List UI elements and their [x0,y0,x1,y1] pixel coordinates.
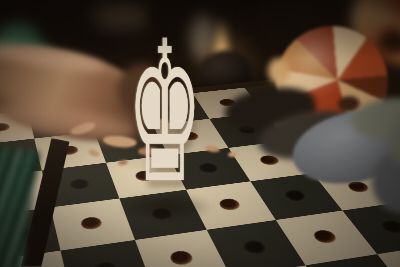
photo-scene: ♚ [0,0,400,267]
peg-hole [69,178,90,190]
peg-hole [93,261,118,267]
peg-hole [169,250,195,266]
peg-hole [379,219,400,233]
white-king-piece: ♚ [119,44,211,214]
peg-hole [283,189,308,202]
peg-hole [311,229,338,244]
white-king-glyph: ♚ [127,15,202,210]
wood-crumb [228,152,237,157]
peg-hole [241,239,268,254]
peg-hole [80,216,103,230]
peg-hole [218,198,242,211]
ball-handle [268,58,290,84]
